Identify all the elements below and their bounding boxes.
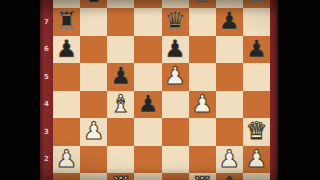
square-c5[interactable]: ♟ [107,63,134,91]
piece-black-rook: ♜ [246,0,268,8]
square-f1[interactable]: ♜ [189,173,216,180]
rank-label-6: 6 [40,46,53,53]
square-f7[interactable] [189,8,216,36]
square-g6[interactable] [216,36,243,64]
square-d2[interactable] [134,146,161,174]
square-h1[interactable] [243,173,270,180]
piece-black-pawn: ♟ [246,36,268,63]
square-h4[interactable] [243,91,270,119]
square-h6[interactable]: ♟ [243,36,270,64]
piece-black-king: ♚ [191,0,213,8]
square-h5[interactable] [243,63,270,91]
piece-white-pawn: ♟ [83,118,105,145]
chess-board: ♝♚♜♜♛♟♟♟♟♟♟♝♟♟♟♛♟♟♟♜♜♚ [53,0,270,180]
square-h7[interactable] [243,8,270,36]
board-border-left: 765432 [40,0,53,180]
square-c1[interactable]: ♜ [107,173,134,180]
square-g5[interactable] [216,63,243,91]
square-d8[interactable] [134,0,161,8]
piece-white-queen: ♛ [246,118,268,145]
square-h2[interactable]: ♟ [243,146,270,174]
square-e4[interactable] [162,91,189,119]
square-a6[interactable]: ♟ [53,36,80,64]
square-g4[interactable] [216,91,243,119]
square-b5[interactable] [80,63,107,91]
square-a5[interactable] [53,63,80,91]
square-c4[interactable]: ♝ [107,91,134,119]
square-h8[interactable]: ♜ [243,0,270,8]
rank-label-3: 3 [40,128,53,135]
square-b1[interactable] [80,173,107,180]
piece-white-pawn: ♟ [219,146,241,173]
square-b8[interactable]: ♝ [80,0,107,8]
piece-black-pawn: ♟ [219,8,241,35]
piece-black-pawn: ♟ [137,91,159,118]
square-b2[interactable] [80,146,107,174]
square-c7[interactable] [107,8,134,36]
square-a7[interactable]: ♜ [53,8,80,36]
square-b7[interactable] [80,8,107,36]
rank-label-7: 7 [40,18,53,25]
piece-white-pawn: ♟ [191,91,213,118]
square-f8[interactable]: ♚ [189,0,216,8]
rank-label-4: 4 [40,101,53,108]
square-g1[interactable]: ♚ [216,173,243,180]
piece-black-rook: ♜ [56,8,78,35]
piece-white-rook: ♜ [110,173,132,180]
board-grid: ♝♚♜♜♛♟♟♟♟♟♟♝♟♟♟♛♟♟♟♜♜♚ [53,0,270,180]
square-b4[interactable] [80,91,107,119]
square-d6[interactable] [134,36,161,64]
square-a4[interactable] [53,91,80,119]
piece-black-pawn: ♟ [164,36,186,63]
square-e2[interactable] [162,146,189,174]
piece-black-pawn: ♟ [56,36,78,63]
square-a1[interactable] [53,173,80,180]
board-border-right [270,0,278,180]
square-f6[interactable] [189,36,216,64]
piece-white-pawn: ♟ [56,146,78,173]
square-e5[interactable]: ♟ [162,63,189,91]
square-e7[interactable]: ♛ [162,8,189,36]
square-a3[interactable] [53,118,80,146]
piece-white-pawn: ♟ [164,63,186,90]
piece-black-bishop: ♝ [83,0,105,8]
rank-label-5: 5 [40,73,53,80]
square-c3[interactable] [107,118,134,146]
square-d1[interactable] [134,173,161,180]
square-f5[interactable] [189,63,216,91]
square-g3[interactable] [216,118,243,146]
square-c2[interactable] [107,146,134,174]
square-a2[interactable]: ♟ [53,146,80,174]
square-d3[interactable] [134,118,161,146]
square-f4[interactable]: ♟ [189,91,216,119]
square-d4[interactable]: ♟ [134,91,161,119]
square-d5[interactable] [134,63,161,91]
square-e3[interactable] [162,118,189,146]
square-g7[interactable]: ♟ [216,8,243,36]
piece-black-pawn: ♟ [110,63,132,90]
square-g2[interactable]: ♟ [216,146,243,174]
piece-white-pawn: ♟ [246,146,268,173]
square-h3[interactable]: ♛ [243,118,270,146]
piece-white-rook: ♜ [191,173,213,180]
square-b3[interactable]: ♟ [80,118,107,146]
piece-white-king: ♚ [219,173,241,180]
piece-white-bishop: ♝ [110,91,132,118]
square-c6[interactable] [107,36,134,64]
square-d7[interactable] [134,8,161,36]
square-e1[interactable] [162,173,189,180]
rank-label-2: 2 [40,156,53,163]
square-b6[interactable] [80,36,107,64]
square-c8[interactable] [107,0,134,8]
square-e6[interactable]: ♟ [162,36,189,64]
piece-black-queen: ♛ [164,8,186,35]
chess-scene: 765432 ♝♚♜♜♛♟♟♟♟♟♟♝♟♟♟♛♟♟♟♜♜♚ [0,0,320,180]
square-f3[interactable] [189,118,216,146]
square-f2[interactable] [189,146,216,174]
